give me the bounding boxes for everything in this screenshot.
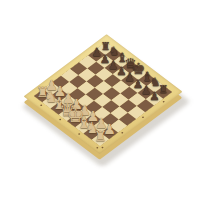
hinge-pin-icon — [121, 132, 124, 134]
hinge-pin-icon — [78, 133, 81, 135]
hinge-pin-icon — [96, 147, 99, 149]
hinge-pin-icon — [59, 119, 62, 121]
hinge-pin-icon — [101, 147, 104, 149]
hinge-pin-icon — [40, 104, 43, 106]
hinge-pin-icon — [142, 116, 145, 118]
chess-set-product-photo: ♜♞♝♛♚♝♞♜♟♟♟♟♟♟♟♟♟♟♟♟♟♟♟♟♜♞♝♛♚♝♞♜ — [0, 0, 200, 200]
hinge-pin-icon — [162, 101, 165, 103]
